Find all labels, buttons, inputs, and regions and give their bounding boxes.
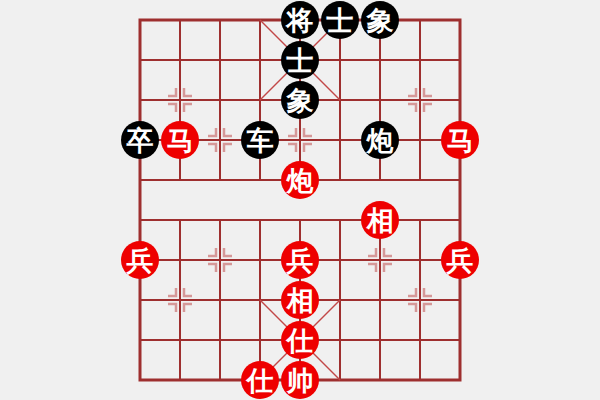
xiangqi-app: 将士象士象卒马车炮马炮相兵兵兵相仕仕帅 [0, 0, 600, 400]
piece-red-soldier[interactable]: 兵 [121, 241, 159, 279]
piece-red-soldier[interactable]: 兵 [281, 241, 319, 279]
piece-red-king[interactable]: 帅 [281, 361, 319, 399]
piece-red-horse[interactable]: 马 [161, 121, 199, 159]
piece-red-advisor[interactable]: 仕 [241, 361, 279, 399]
pieces-layer: 将士象士象卒马车炮马炮相兵兵兵相仕仕帅 [0, 0, 600, 400]
piece-black-chariot[interactable]: 车 [241, 121, 279, 159]
piece-black-cannon[interactable]: 炮 [361, 121, 399, 159]
piece-red-cannon[interactable]: 炮 [281, 161, 319, 199]
piece-black-advisor[interactable]: 士 [321, 1, 359, 39]
piece-black-advisor[interactable]: 士 [281, 41, 319, 79]
piece-red-advisor[interactable]: 仕 [281, 321, 319, 359]
piece-black-general[interactable]: 将 [281, 1, 319, 39]
piece-red-elephant[interactable]: 相 [281, 281, 319, 319]
piece-black-elephant[interactable]: 象 [361, 1, 399, 39]
piece-red-elephant[interactable]: 相 [361, 201, 399, 239]
piece-red-horse[interactable]: 马 [441, 121, 479, 159]
piece-red-soldier[interactable]: 兵 [441, 241, 479, 279]
piece-black-elephant[interactable]: 象 [281, 81, 319, 119]
piece-black-soldier[interactable]: 卒 [121, 121, 159, 159]
